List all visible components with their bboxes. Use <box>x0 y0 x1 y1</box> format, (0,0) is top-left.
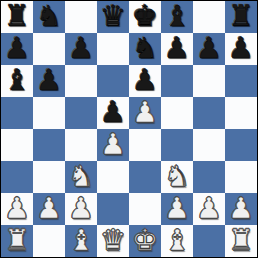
square-e8[interactable]: ♚ <box>129 1 161 33</box>
square-a7[interactable]: ♟ <box>1 33 33 65</box>
square-e7[interactable]: ♞ <box>129 33 161 65</box>
square-h5[interactable] <box>225 97 257 129</box>
white-rook-piece: ♜ <box>228 225 254 256</box>
black-pawn-piece: ♟ <box>36 65 62 96</box>
white-pawn-piece: ♟ <box>36 193 62 224</box>
black-pawn-piece: ♟ <box>132 65 158 96</box>
square-b1[interactable] <box>33 225 65 257</box>
white-pawn-piece: ♟ <box>132 97 158 128</box>
square-d3[interactable] <box>97 161 129 193</box>
white-rook-piece: ♜ <box>4 225 30 256</box>
square-g8[interactable] <box>193 1 225 33</box>
square-e5[interactable]: ♟ <box>129 97 161 129</box>
white-bishop-piece: ♝ <box>68 225 94 256</box>
black-knight-piece: ♞ <box>132 33 158 64</box>
square-g6[interactable] <box>193 65 225 97</box>
square-d4[interactable]: ♟ <box>97 129 129 161</box>
square-h2[interactable]: ♟ <box>225 193 257 225</box>
square-h1[interactable]: ♜ <box>225 225 257 257</box>
square-h4[interactable] <box>225 129 257 161</box>
black-pawn-piece: ♟ <box>68 33 94 64</box>
square-g4[interactable] <box>193 129 225 161</box>
square-h8[interactable]: ♜ <box>225 1 257 33</box>
black-pawn-piece: ♟ <box>164 33 190 64</box>
square-c1[interactable]: ♝ <box>65 225 97 257</box>
square-a5[interactable] <box>1 97 33 129</box>
square-g2[interactable]: ♟ <box>193 193 225 225</box>
square-g5[interactable] <box>193 97 225 129</box>
square-g3[interactable] <box>193 161 225 193</box>
black-knight-piece: ♞ <box>36 1 62 32</box>
chess-board: ♜♞♛♚♝♜♟♟♞♟♟♟♝♟♟♟♟♟♞♞♟♟♟♟♟♟♜♝♛♚♝♜ <box>1 1 257 257</box>
square-c4[interactable] <box>65 129 97 161</box>
black-bishop-piece: ♝ <box>164 1 190 32</box>
square-h3[interactable] <box>225 161 257 193</box>
square-g1[interactable] <box>193 225 225 257</box>
white-knight-piece: ♞ <box>68 161 94 192</box>
square-c3[interactable]: ♞ <box>65 161 97 193</box>
square-f5[interactable] <box>161 97 193 129</box>
square-d5[interactable]: ♟ <box>97 97 129 129</box>
square-b3[interactable] <box>33 161 65 193</box>
black-rook-piece: ♜ <box>228 1 254 32</box>
black-pawn-piece: ♟ <box>4 33 30 64</box>
black-bishop-piece: ♝ <box>4 65 30 96</box>
square-e6[interactable]: ♟ <box>129 65 161 97</box>
square-c8[interactable] <box>65 1 97 33</box>
square-a1[interactable]: ♜ <box>1 225 33 257</box>
square-c7[interactable]: ♟ <box>65 33 97 65</box>
square-e4[interactable] <box>129 129 161 161</box>
white-pawn-piece: ♟ <box>164 193 190 224</box>
white-bishop-piece: ♝ <box>164 225 190 256</box>
square-c6[interactable] <box>65 65 97 97</box>
square-e2[interactable] <box>129 193 161 225</box>
black-pawn-piece: ♟ <box>196 33 222 64</box>
square-d2[interactable] <box>97 193 129 225</box>
white-knight-piece: ♞ <box>164 161 190 192</box>
white-pawn-piece: ♟ <box>68 193 94 224</box>
square-b5[interactable] <box>33 97 65 129</box>
square-a2[interactable]: ♟ <box>1 193 33 225</box>
square-a6[interactable]: ♝ <box>1 65 33 97</box>
square-c2[interactable]: ♟ <box>65 193 97 225</box>
square-d1[interactable]: ♛ <box>97 225 129 257</box>
square-g7[interactable]: ♟ <box>193 33 225 65</box>
square-d8[interactable]: ♛ <box>97 1 129 33</box>
square-e3[interactable] <box>129 161 161 193</box>
black-rook-piece: ♜ <box>4 1 30 32</box>
square-f3[interactable]: ♞ <box>161 161 193 193</box>
square-f6[interactable] <box>161 65 193 97</box>
square-d7[interactable] <box>97 33 129 65</box>
white-king-piece: ♚ <box>132 225 158 256</box>
square-a3[interactable] <box>1 161 33 193</box>
square-f4[interactable] <box>161 129 193 161</box>
square-b4[interactable] <box>33 129 65 161</box>
square-f2[interactable]: ♟ <box>161 193 193 225</box>
white-queen-piece: ♛ <box>100 225 126 256</box>
white-pawn-piece: ♟ <box>4 193 30 224</box>
square-b7[interactable] <box>33 33 65 65</box>
square-f1[interactable]: ♝ <box>161 225 193 257</box>
square-h7[interactable]: ♟ <box>225 33 257 65</box>
square-a8[interactable]: ♜ <box>1 1 33 33</box>
square-b8[interactable]: ♞ <box>33 1 65 33</box>
square-d6[interactable] <box>97 65 129 97</box>
square-f8[interactable]: ♝ <box>161 1 193 33</box>
black-pawn-piece: ♟ <box>100 97 126 128</box>
square-h6[interactable] <box>225 65 257 97</box>
white-pawn-piece: ♟ <box>100 129 126 160</box>
black-queen-piece: ♛ <box>100 1 126 32</box>
square-b2[interactable]: ♟ <box>33 193 65 225</box>
black-pawn-piece: ♟ <box>228 33 254 64</box>
square-e1[interactable]: ♚ <box>129 225 161 257</box>
white-pawn-piece: ♟ <box>196 193 222 224</box>
square-a4[interactable] <box>1 129 33 161</box>
square-c5[interactable] <box>65 97 97 129</box>
chess-board-frame: ♜♞♛♚♝♜♟♟♞♟♟♟♝♟♟♟♟♟♞♞♟♟♟♟♟♟♜♝♛♚♝♜ <box>0 0 258 258</box>
square-b6[interactable]: ♟ <box>33 65 65 97</box>
black-king-piece: ♚ <box>132 1 158 32</box>
square-f7[interactable]: ♟ <box>161 33 193 65</box>
white-pawn-piece: ♟ <box>228 193 254 224</box>
